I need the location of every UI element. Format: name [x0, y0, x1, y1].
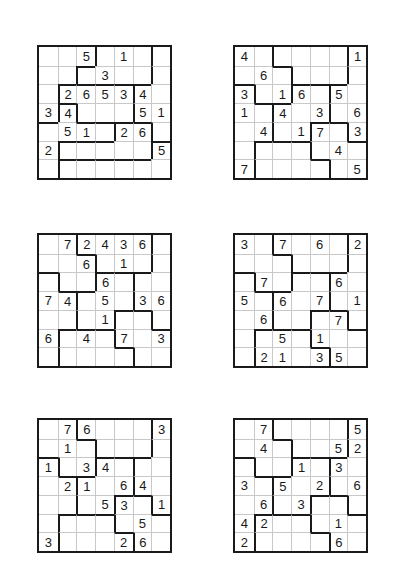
grid6-cell-r2c4[interactable]: [291, 439, 310, 458]
grid2-cell-r3c7[interactable]: [347, 84, 366, 103]
grid4-cell-r4c7-given: 1: [347, 291, 366, 310]
grid5-cell-r3c7[interactable]: [151, 457, 170, 476]
grid2-cell-r4c5-given: 3: [310, 103, 329, 122]
grid6-cell-r3c5[interactable]: [310, 457, 329, 476]
grid1-cell-r7c5[interactable]: [114, 159, 133, 178]
grid2-cell-r3c2[interactable]: [254, 84, 273, 103]
grid2-cell-r6c4[interactable]: [291, 141, 310, 160]
grid5-cell-r7c3[interactable]: [76, 532, 95, 551]
grid6-cell-r6c3[interactable]: [272, 514, 291, 533]
grid2-cell-r4c6[interactable]: [329, 103, 348, 122]
grid3-cell-r4c7-given: 6: [151, 291, 170, 310]
grid2-cell-r6c3[interactable]: [272, 141, 291, 160]
grid2-cell-r2c7[interactable]: [347, 66, 366, 85]
grid4-cell-r7c7[interactable]: [347, 347, 366, 366]
grid1-cell-r1c2[interactable]: [58, 47, 77, 66]
grid6-cell-r2c7-given: 2: [347, 439, 366, 458]
grid2-cell-r7c5[interactable]: [310, 159, 329, 178]
grid3-cell-r6c2[interactable]: [58, 329, 77, 348]
grid1-cell-r4c5[interactable]: [114, 103, 133, 122]
grid2-cell-r3c3-given: 1: [272, 84, 291, 103]
grid6-cell-r3c2[interactable]: [254, 457, 273, 476]
grid2-cell-r7c6[interactable]: [329, 159, 348, 178]
grid3-cell-r4c6-given: 3: [133, 291, 152, 310]
grid4-cell-r4c2[interactable]: [254, 291, 273, 310]
grid5-cell-r4c2-given: 2: [58, 476, 77, 495]
grid3-cell-r7c6[interactable]: [133, 347, 152, 366]
grid5-cell-r6c3[interactable]: [76, 514, 95, 533]
grid3-cell-r2c7[interactable]: [151, 254, 170, 273]
grid6-cell-r4c6[interactable]: [329, 476, 348, 495]
grid2-cell-r4c2[interactable]: [254, 103, 273, 122]
grid1-cell-r7c4[interactable]: [95, 159, 114, 178]
grid5-cell-r7c7[interactable]: [151, 532, 170, 551]
grid1-cell-r2c6[interactable]: [133, 66, 152, 85]
grid3-cell-r6c1-given: 6: [39, 329, 58, 348]
grid1-cell-r3c7[interactable]: [151, 84, 170, 103]
grid5-cell-r3c2[interactable]: [58, 457, 77, 476]
grid5-cell-r5c1[interactable]: [39, 495, 58, 514]
grid1-cell-r2c5[interactable]: [114, 66, 133, 85]
grid3-cell-r3c1[interactable]: [39, 272, 58, 291]
grid2-cell-r6c6-given: 4: [329, 141, 348, 160]
grid3-cell-r7c1[interactable]: [39, 347, 58, 366]
grid3-cell-r1c2-given: 7: [58, 235, 77, 254]
grid5-cell-r2c4[interactable]: [95, 439, 114, 458]
grid4-cell-r7c6-given: 5: [329, 347, 348, 366]
grid5-cell-r1c3-given: 6: [76, 420, 95, 439]
grid6-cell-r3c6-given: 3: [329, 457, 348, 476]
grid5-cell-r6c4[interactable]: [95, 514, 114, 533]
grid5-cell-r1c7-given: 3: [151, 420, 170, 439]
grid2-cell-r3c6-given: 5: [329, 84, 348, 103]
grid5-cell-r2c3[interactable]: [76, 439, 95, 458]
grid3-cell-r7c4[interactable]: [95, 347, 114, 366]
grid2-cell-r7c2[interactable]: [254, 159, 273, 178]
grid6-cell-r4c7-given: 6: [347, 476, 366, 495]
grid4-cell-r2c1[interactable]: [235, 254, 254, 273]
grid1-cell-r6c7-given: 5: [151, 141, 170, 160]
grid5-cell-r7c2[interactable]: [58, 532, 77, 551]
grid3-cell-r5c3[interactable]: [76, 310, 95, 329]
grid3-cell-r1c3-given: 2: [76, 235, 95, 254]
grid4-cell-r6c4[interactable]: [291, 329, 310, 348]
grid1-cell-r6c6[interactable]: [133, 141, 152, 160]
grid2-cell-r3c1-given: 3: [235, 84, 254, 103]
grid5-cell-r5c6[interactable]: [133, 495, 152, 514]
grid3-cell-r1c1[interactable]: [39, 235, 58, 254]
grid6-cell-r2c2-given: 4: [254, 439, 273, 458]
grid5-cell-r2c7[interactable]: [151, 439, 170, 458]
grid4-cell-r6c7[interactable]: [347, 329, 366, 348]
grid1-cell-r1c7[interactable]: [151, 47, 170, 66]
grid1-cell-r7c2[interactable]: [58, 159, 77, 178]
grid3-cell-r4c4-given: 5: [95, 291, 114, 310]
grid6-cell-r3c4-given: 1: [291, 457, 310, 476]
grid1-cell-r6c4[interactable]: [95, 141, 114, 160]
grid4-cell-r3c6-given: 6: [329, 272, 348, 291]
grid5-cell-r7c6-given: 6: [133, 532, 152, 551]
grid3-cell-r4c5[interactable]: [114, 291, 133, 310]
grid4-cell-r3c3[interactable]: [272, 272, 291, 291]
grid3-cell-r6c4[interactable]: [95, 329, 114, 348]
grid2-cell-r2c3[interactable]: [272, 66, 291, 85]
grid2-cell-r2c6[interactable]: [329, 66, 348, 85]
grid6-cell-r7c7[interactable]: [347, 532, 366, 551]
grid3-cell-r7c3[interactable]: [76, 347, 95, 366]
grid1-cell-r5c5-given: 2: [114, 122, 133, 141]
grid4-cell-r4c4[interactable]: [291, 291, 310, 310]
grid4-cell-r5c2-given: 6: [254, 310, 273, 329]
grid6-cell-r6c1-given: 4: [235, 514, 254, 533]
grid4-cell-r5c4[interactable]: [291, 310, 310, 329]
grid3-cell-r2c1[interactable]: [39, 254, 58, 273]
grid3-cell-r6c7-given: 3: [151, 329, 170, 348]
grid1-cell-r5c3-given: 1: [76, 122, 95, 141]
grid3-cell-r3c3[interactable]: [76, 272, 95, 291]
grid6-cell-r4c4[interactable]: [291, 476, 310, 495]
grid6-cell-r3c1[interactable]: [235, 457, 254, 476]
grid5-cell-r4c3-given: 1: [76, 476, 95, 495]
grid6-cell-r1c2-given: 7: [254, 420, 273, 439]
grid1-cell-r2c2[interactable]: [58, 66, 77, 85]
puzzle-grid-4: 376276567167512135: [233, 233, 368, 368]
grid6-cell-r5c7[interactable]: [347, 495, 366, 514]
grid4-cell-r5c7[interactable]: [347, 310, 366, 329]
grid4-cell-r1c5-given: 6: [310, 235, 329, 254]
grid4-cell-r7c4[interactable]: [291, 347, 310, 366]
grid3-cell-r6c5-given: 7: [114, 329, 133, 348]
grid4-cell-r4c1-given: 5: [235, 291, 254, 310]
grid3-cell-r7c7[interactable]: [151, 347, 170, 366]
grid4-cell-r7c2-given: 2: [254, 347, 273, 366]
grid4-cell-r5c5[interactable]: [310, 310, 329, 329]
grid5-cell-r6c5[interactable]: [114, 514, 133, 533]
grid4-cell-r4c6[interactable]: [329, 291, 348, 310]
grid2-cell-r1c4[interactable]: [291, 47, 310, 66]
grid2-cell-r1c6[interactable]: [329, 47, 348, 66]
grid6-cell-r1c5[interactable]: [310, 420, 329, 439]
grid6-cell-r5c4-given: 3: [291, 495, 310, 514]
grid5-cell-r6c2[interactable]: [58, 514, 77, 533]
grid2-cell-r5c7-given: 3: [347, 122, 366, 141]
grid4-cell-r7c3-given: 1: [272, 347, 291, 366]
grid2-cell-r7c4[interactable]: [291, 159, 310, 178]
grid2-cell-r4c7-given: 6: [347, 103, 366, 122]
grid5-cell-r1c6[interactable]: [133, 420, 152, 439]
grid5-cell-r2c6[interactable]: [133, 439, 152, 458]
grid5-cell-r3c6[interactable]: [133, 457, 152, 476]
grid3-cell-r3c6[interactable]: [133, 272, 152, 291]
grid1-cell-r1c4[interactable]: [95, 47, 114, 66]
grid2-cell-r4c4[interactable]: [291, 103, 310, 122]
grid3-cell-r3c2[interactable]: [58, 272, 77, 291]
grid2-cell-r2c2-given: 6: [254, 66, 273, 85]
grid4-cell-r1c3-given: 7: [272, 235, 291, 254]
grid4-cell-r7c5-given: 3: [310, 347, 329, 366]
grid4-cell-r2c3[interactable]: [272, 254, 291, 273]
grid1-cell-r4c3[interactable]: [76, 103, 95, 122]
grid1-cell-r2c3[interactable]: [76, 66, 95, 85]
grid1-cell-r3c6-given: 4: [133, 84, 152, 103]
grid3-cell-r7c5[interactable]: [114, 347, 133, 366]
grid4-cell-r3c7[interactable]: [347, 272, 366, 291]
grid3-cell-r6c6[interactable]: [133, 329, 152, 348]
grid4-cell-r2c2[interactable]: [254, 254, 273, 273]
grid4-cell-r5c1[interactable]: [235, 310, 254, 329]
grid5-cell-r5c3[interactable]: [76, 495, 95, 514]
grid6-cell-r1c7-given: 5: [347, 420, 366, 439]
grid6-cell-r1c6[interactable]: [329, 420, 348, 439]
grid2-cell-r5c4-given: 1: [291, 122, 310, 141]
grid1-cell-r2c4-given: 3: [95, 66, 114, 85]
grid2-cell-r5c5-given: 7: [310, 122, 329, 141]
grid4-cell-r1c2[interactable]: [254, 235, 273, 254]
grid1-cell-r3c4-given: 5: [95, 84, 114, 103]
grid1-cell-r5c6-given: 6: [133, 122, 152, 141]
grid6-cell-r5c2-given: 6: [254, 495, 273, 514]
grid5-cell-r5c4-given: 5: [95, 495, 114, 514]
grid2-cell-r7c3[interactable]: [272, 159, 291, 178]
grid1-cell-r1c1[interactable]: [39, 47, 58, 66]
grid6-cell-r6c5[interactable]: [310, 514, 329, 533]
grid1-cell-r3c5-given: 3: [114, 84, 133, 103]
grid1-cell-r1c3-given: 5: [76, 47, 95, 66]
grid6-cell-r1c4[interactable]: [291, 420, 310, 439]
grid5-cell-r7c1-given: 3: [39, 532, 58, 551]
grid2-cell-r5c6[interactable]: [329, 122, 348, 141]
grid4-cell-r2c5[interactable]: [310, 254, 329, 273]
grid4-cell-r7c1[interactable]: [235, 347, 254, 366]
grid1-cell-r5c2-given: 5: [58, 122, 77, 141]
grid5-cell-r4c1[interactable]: [39, 476, 58, 495]
grid6-cell-r2c6-given: 5: [329, 439, 348, 458]
grid6-cell-r1c3[interactable]: [272, 420, 291, 439]
grid2-cell-r6c2[interactable]: [254, 141, 273, 160]
grid2-cell-r6c5[interactable]: [310, 141, 329, 160]
grid2-cell-r2c1[interactable]: [235, 66, 254, 85]
grid3-cell-r3c7[interactable]: [151, 272, 170, 291]
grid3-cell-r1c4-given: 4: [95, 235, 114, 254]
grid2-cell-r2c5[interactable]: [310, 66, 329, 85]
grid3-cell-r3c5[interactable]: [114, 272, 133, 291]
grid6-cell-r5c3[interactable]: [272, 495, 291, 514]
grid2-cell-r1c5[interactable]: [310, 47, 329, 66]
grid2-cell-r1c1-given: 4: [235, 47, 254, 66]
grid1-cell-r4c4[interactable]: [95, 103, 114, 122]
grid1-cell-r5c7[interactable]: [151, 122, 170, 141]
grid4-cell-r1c1-given: 3: [235, 235, 254, 254]
puzzle-grid-6: 754521335266342126: [233, 418, 368, 553]
grid5-cell-r7c5-given: 2: [114, 532, 133, 551]
grid2-cell-r6c7[interactable]: [347, 141, 366, 160]
grid2-cell-r3c5[interactable]: [310, 84, 329, 103]
grid2-cell-r6c1[interactable]: [235, 141, 254, 160]
grid2-cell-r4c3-given: 4: [272, 103, 291, 122]
grid3-cell-r4c3[interactable]: [76, 291, 95, 310]
grid6-cell-r2c5[interactable]: [310, 439, 329, 458]
grid3-cell-r2c2[interactable]: [58, 254, 77, 273]
grid3-cell-r4c2-given: 4: [58, 291, 77, 310]
grid6-cell-r6c2-given: 2: [254, 514, 273, 533]
grid1-cell-r6c1-given: 2: [39, 141, 58, 160]
grid3-cell-r2c6[interactable]: [133, 254, 152, 273]
grid1-cell-r4c7-given: 1: [151, 103, 170, 122]
grid2-cell-r7c1-given: 7: [235, 159, 254, 178]
grid3-cell-r5c5[interactable]: [114, 310, 133, 329]
grid4-cell-r6c6[interactable]: [329, 329, 348, 348]
grid5-cell-r2c5[interactable]: [114, 439, 133, 458]
grid1-cell-r4c6-given: 5: [133, 103, 152, 122]
grid6-cell-r3c3[interactable]: [272, 457, 291, 476]
grid1-cell-r6c5[interactable]: [114, 141, 133, 160]
puzzle-grid-5: 763113421645315326: [37, 418, 172, 553]
grid2-cell-r5c1[interactable]: [235, 122, 254, 141]
grid1-cell-r2c7[interactable]: [151, 66, 170, 85]
grid1-cell-r2c1[interactable]: [39, 66, 58, 85]
grid4-cell-r5c6-given: 7: [329, 310, 348, 329]
grid2-cell-r3c4-given: 6: [291, 84, 310, 103]
grid6-cell-r4c5-given: 2: [310, 476, 329, 495]
grid4-cell-r2c4[interactable]: [291, 254, 310, 273]
puzzle-grid-2: 416316514364173475: [233, 45, 368, 180]
grid5-cell-r6c7[interactable]: [151, 514, 170, 533]
grid5-cell-r5c2[interactable]: [58, 495, 77, 514]
grid4-cell-r5c3[interactable]: [272, 310, 291, 329]
grid6-cell-r4c1-given: 3: [235, 476, 254, 495]
grid2-cell-r5c2-given: 4: [254, 122, 273, 141]
grid3-cell-r1c6-given: 6: [133, 235, 152, 254]
grid3-cell-r5c4-given: 1: [95, 310, 114, 329]
grid3-cell-r7c2[interactable]: [58, 347, 77, 366]
grid6-cell-r6c7[interactable]: [347, 514, 366, 533]
grid3-cell-r1c7[interactable]: [151, 235, 170, 254]
grid1-cell-r6c3[interactable]: [76, 141, 95, 160]
grid5-cell-r3c1-given: 1: [39, 457, 58, 476]
grid4-cell-r6c3-given: 5: [272, 329, 291, 348]
grid2-cell-r5c3[interactable]: [272, 122, 291, 141]
grid6-cell-r4c3-given: 5: [272, 476, 291, 495]
grid5-cell-r5c7-given: 1: [151, 495, 170, 514]
grid5-cell-r1c2-given: 7: [58, 420, 77, 439]
grid4-cell-r3c1[interactable]: [235, 272, 254, 291]
grid2-cell-r1c7-given: 1: [347, 47, 366, 66]
grid6-cell-r3c7[interactable]: [347, 457, 366, 476]
puzzle-grid-1: 513265343451512625: [37, 45, 172, 180]
grid3-cell-r1c5-given: 3: [114, 235, 133, 254]
grid3-cell-r2c3-given: 6: [76, 254, 95, 273]
grid5-cell-r5c5-given: 3: [114, 495, 133, 514]
grid4-cell-r2c6[interactable]: [329, 254, 348, 273]
grid3-cell-r4c1-given: 7: [39, 291, 58, 310]
grid5-cell-r6c1[interactable]: [39, 514, 58, 533]
grid5-cell-r3c4-given: 4: [95, 457, 114, 476]
grid6-cell-r7c5[interactable]: [310, 532, 329, 551]
grid2-cell-r4c1-given: 1: [235, 103, 254, 122]
grid3-cell-r2c5-given: 1: [114, 254, 133, 273]
grid1-cell-r4c1-given: 3: [39, 103, 58, 122]
grid3-cell-r5c2[interactable]: [58, 310, 77, 329]
puzzle-grid-3: 724366167453616473: [37, 233, 172, 368]
grid6-cell-r6c4[interactable]: [291, 514, 310, 533]
grid1-cell-r7c1[interactable]: [39, 159, 58, 178]
grid5-cell-r2c2-given: 1: [58, 439, 77, 458]
grid5-cell-r3c3-given: 3: [76, 457, 95, 476]
grid4-cell-r3c2-given: 7: [254, 272, 273, 291]
grid1-cell-r3c3-given: 6: [76, 84, 95, 103]
grid6-cell-r4c2[interactable]: [254, 476, 273, 495]
grid4-cell-r3c4[interactable]: [291, 272, 310, 291]
grid1-cell-r1c6[interactable]: [133, 47, 152, 66]
grid6-cell-r1c1[interactable]: [235, 420, 254, 439]
grid3-cell-r5c6[interactable]: [133, 310, 152, 329]
grid5-cell-r1c5[interactable]: [114, 420, 133, 439]
grid5-cell-r4c6-given: 4: [133, 476, 152, 495]
grid5-cell-r4c5-given: 6: [114, 476, 133, 495]
grid1-cell-r5c4[interactable]: [95, 122, 114, 141]
grid4-cell-r4c5-given: 7: [310, 291, 329, 310]
grid6-cell-r7c3[interactable]: [272, 532, 291, 551]
grid4-cell-r1c4[interactable]: [291, 235, 310, 254]
grid1-cell-r6c2[interactable]: [58, 141, 77, 160]
grid5-cell-r2c1[interactable]: [39, 439, 58, 458]
grid5-cell-r3c5[interactable]: [114, 457, 133, 476]
grid3-cell-r5c1[interactable]: [39, 310, 58, 329]
grid5-cell-r1c1[interactable]: [39, 420, 58, 439]
grid2-cell-r7c7-given: 5: [347, 159, 366, 178]
grid4-cell-r1c6[interactable]: [329, 235, 348, 254]
grid6-cell-r7c1-given: 2: [235, 532, 254, 551]
grid6-cell-r5c5[interactable]: [310, 495, 329, 514]
grid4-cell-r1c7-given: 2: [347, 235, 366, 254]
grid1-cell-r7c6[interactable]: [133, 159, 152, 178]
grid4-cell-r3c5[interactable]: [310, 272, 329, 291]
grid5-cell-r4c7[interactable]: [151, 476, 170, 495]
grid3-cell-r2c4[interactable]: [95, 254, 114, 273]
grid6-cell-r7c6-given: 6: [329, 532, 348, 551]
grid6-cell-r5c1[interactable]: [235, 495, 254, 514]
grid1-cell-r4c2-given: 4: [58, 103, 77, 122]
grid2-cell-r2c4[interactable]: [291, 66, 310, 85]
grid1-cell-r3c2-given: 2: [58, 84, 77, 103]
grid2-cell-r1c2[interactable]: [254, 47, 273, 66]
grid3-cell-r5c7[interactable]: [151, 310, 170, 329]
puzzle-page: 513265343451512625 416316514364173475 72…: [0, 0, 400, 566]
grid6-cell-r6c6-given: 1: [329, 514, 348, 533]
grid1-cell-r7c3[interactable]: [76, 159, 95, 178]
grid5-cell-r4c4[interactable]: [95, 476, 114, 495]
grid1-cell-r3c1[interactable]: [39, 84, 58, 103]
grid1-cell-r7c7[interactable]: [151, 159, 170, 178]
grid4-cell-r6c1[interactable]: [235, 329, 254, 348]
grid1-cell-r5c1[interactable]: [39, 122, 58, 141]
grid6-cell-r5c6[interactable]: [329, 495, 348, 514]
grid6-cell-r7c2[interactable]: [254, 532, 273, 551]
grid3-cell-r3c4-given: 6: [95, 272, 114, 291]
grid1-cell-r1c5-given: 1: [114, 47, 133, 66]
grid5-cell-r1c4[interactable]: [95, 420, 114, 439]
grid4-cell-r6c2[interactable]: [254, 329, 273, 348]
grid5-cell-r6c6-given: 5: [133, 514, 152, 533]
grid4-cell-r2c7[interactable]: [347, 254, 366, 273]
grid6-cell-r7c4[interactable]: [291, 532, 310, 551]
grid4-cell-r4c3-given: 6: [272, 291, 291, 310]
grid6-cell-r2c1[interactable]: [235, 439, 254, 458]
grid6-cell-r2c3[interactable]: [272, 439, 291, 458]
grid4-cell-r6c5-given: 1: [310, 329, 329, 348]
grid5-cell-r7c4[interactable]: [95, 532, 114, 551]
grid2-cell-r1c3[interactable]: [272, 47, 291, 66]
